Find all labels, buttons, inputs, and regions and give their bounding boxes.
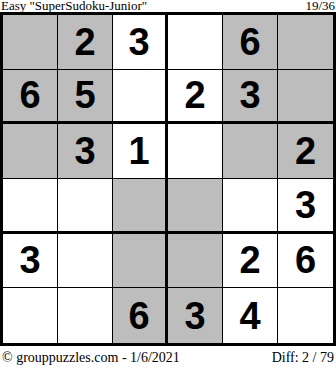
puzzle-title: Easy "SuperSudoku-Junior" bbox=[1, 0, 147, 12]
cell-r1c3[interactable]: 3 bbox=[113, 15, 168, 70]
difficulty-text: Diff: 2 / 79 bbox=[272, 350, 334, 366]
sudoku-board: 23665233123326634 bbox=[0, 12, 336, 346]
cell-r1c4[interactable] bbox=[168, 15, 223, 70]
cell-r1c6[interactable] bbox=[278, 15, 333, 70]
cell-r3c5[interactable] bbox=[223, 124, 278, 179]
cell-r2c6[interactable] bbox=[278, 70, 333, 125]
cell-r3c1[interactable] bbox=[3, 124, 58, 179]
cell-r3c2[interactable]: 3 bbox=[58, 124, 113, 179]
puzzle-header: Easy "SuperSudoku-Junior" 19/36 bbox=[0, 0, 336, 12]
cell-r5c1[interactable]: 3 bbox=[3, 234, 58, 289]
cell-r6c3[interactable]: 6 bbox=[113, 288, 168, 343]
cell-r1c5[interactable]: 6 bbox=[223, 15, 278, 70]
cell-r6c4[interactable]: 3 bbox=[168, 288, 223, 343]
cell-r2c3[interactable] bbox=[113, 70, 168, 125]
copyright-text: © grouppuzzles.com - 1/6/2021 bbox=[2, 350, 180, 366]
cell-r3c6[interactable]: 2 bbox=[278, 124, 333, 179]
cell-r3c3[interactable]: 1 bbox=[113, 124, 168, 179]
cell-r4c3[interactable] bbox=[113, 179, 168, 234]
cell-r6c2[interactable] bbox=[58, 288, 113, 343]
cell-r2c4[interactable]: 2 bbox=[168, 70, 223, 125]
puzzle-footer: © grouppuzzles.com - 1/6/2021 Diff: 2 / … bbox=[0, 346, 336, 370]
cell-r3c4[interactable] bbox=[168, 124, 223, 179]
cell-r4c5[interactable] bbox=[223, 179, 278, 234]
cell-r6c6[interactable] bbox=[278, 288, 333, 343]
cell-r1c1[interactable] bbox=[3, 15, 58, 70]
cell-r5c6[interactable]: 6 bbox=[278, 234, 333, 289]
cell-r4c6[interactable]: 3 bbox=[278, 179, 333, 234]
cell-r1c2[interactable]: 2 bbox=[58, 15, 113, 70]
cell-r4c2[interactable] bbox=[58, 179, 113, 234]
cell-r6c1[interactable] bbox=[3, 288, 58, 343]
cell-r5c3[interactable] bbox=[113, 234, 168, 289]
cell-r2c2[interactable]: 5 bbox=[58, 70, 113, 125]
cell-r4c4[interactable] bbox=[168, 179, 223, 234]
cell-r5c5[interactable]: 2 bbox=[223, 234, 278, 289]
cell-r4c1[interactable] bbox=[3, 179, 58, 234]
cell-r6c5[interactable]: 4 bbox=[223, 288, 278, 343]
given-count: 19/36 bbox=[305, 0, 335, 12]
cell-r5c2[interactable] bbox=[58, 234, 113, 289]
puzzle-page: Easy "SuperSudoku-Junior" 19/36 23665233… bbox=[0, 0, 336, 370]
cell-r2c1[interactable]: 6 bbox=[3, 70, 58, 125]
cell-r5c4[interactable] bbox=[168, 234, 223, 289]
cell-r2c5[interactable]: 3 bbox=[223, 70, 278, 125]
